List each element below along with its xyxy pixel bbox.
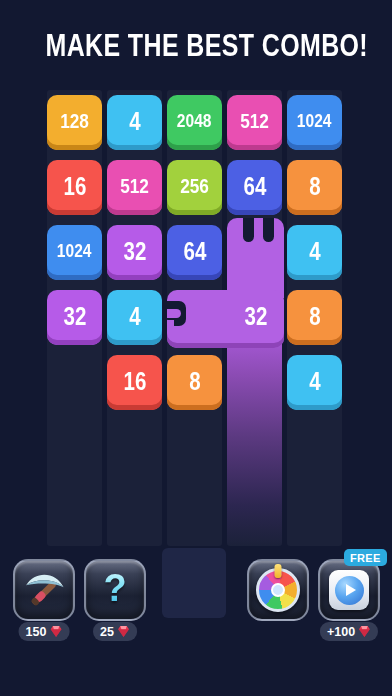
free-video-button[interactable] xyxy=(318,559,380,621)
tile-r4c2-4[interactable]: 4 xyxy=(107,290,162,345)
pickaxe-button[interactable] xyxy=(13,559,75,621)
free-badge: FREE xyxy=(344,549,387,566)
merge-stream xyxy=(227,344,282,546)
tile-r3c5-4[interactable]: 4 xyxy=(287,225,342,280)
question-mark-icon: ? xyxy=(103,567,126,610)
hint-cost: 25 xyxy=(93,622,137,641)
tile-r1c3-2048[interactable]: 2048 xyxy=(167,95,222,150)
gem-icon xyxy=(358,625,371,638)
blob-notch-patch xyxy=(167,320,174,326)
tile-r3c3-64[interactable]: 64 xyxy=(167,225,222,280)
tile-r1c2-4[interactable]: 4 xyxy=(107,95,162,150)
tile-r1c1-128[interactable]: 128 xyxy=(47,95,102,150)
merge-value-label: 32 xyxy=(227,290,284,345)
tile-r1c4-512[interactable]: 512 xyxy=(227,95,282,150)
spinner-button[interactable] xyxy=(247,559,309,621)
pickaxe-icon xyxy=(21,567,67,613)
tile-r1c5-1024[interactable]: 1024 xyxy=(287,95,342,150)
tile-r2c2-512[interactable]: 512 xyxy=(107,160,162,215)
merge-blob-column xyxy=(227,218,284,298)
game-screen: MAKE THE BEST COMBO! 32 1284204851210241… xyxy=(0,0,392,696)
tile-r2c4-64[interactable]: 64 xyxy=(227,160,282,215)
blob-drip-gap xyxy=(263,218,274,242)
gem-icon xyxy=(117,625,130,638)
tile-r3c2-32[interactable]: 32 xyxy=(107,225,162,280)
tile-r4c1-32[interactable]: 32 xyxy=(47,290,102,345)
play-triangle-icon xyxy=(346,584,356,596)
play-circle-icon xyxy=(335,576,364,605)
blob-notch-tongue xyxy=(167,309,181,318)
tile-r5c2-16[interactable]: 16 xyxy=(107,355,162,410)
video-reward: +100 xyxy=(320,622,378,641)
wheel-pin-icon xyxy=(275,564,282,578)
tile-r5c5-4[interactable]: 4 xyxy=(287,355,342,410)
tile-r2c3-256[interactable]: 256 xyxy=(167,160,222,215)
tile-r2c1-16[interactable]: 16 xyxy=(47,160,102,215)
tile-r5c3-8[interactable]: 8 xyxy=(167,355,222,410)
blob-drip-gap xyxy=(243,218,254,242)
pickaxe-cost: 150 xyxy=(19,622,70,641)
fortune-wheel-icon xyxy=(256,568,300,612)
gem-icon xyxy=(49,625,62,638)
hint-button[interactable]: ? xyxy=(84,559,146,621)
video-play-icon xyxy=(329,570,369,610)
empty-launcher-slot xyxy=(162,548,226,618)
tile-r2c5-8[interactable]: 8 xyxy=(287,160,342,215)
tile-r3c1-1024[interactable]: 1024 xyxy=(47,225,102,280)
tile-r4c5-8[interactable]: 8 xyxy=(287,290,342,345)
